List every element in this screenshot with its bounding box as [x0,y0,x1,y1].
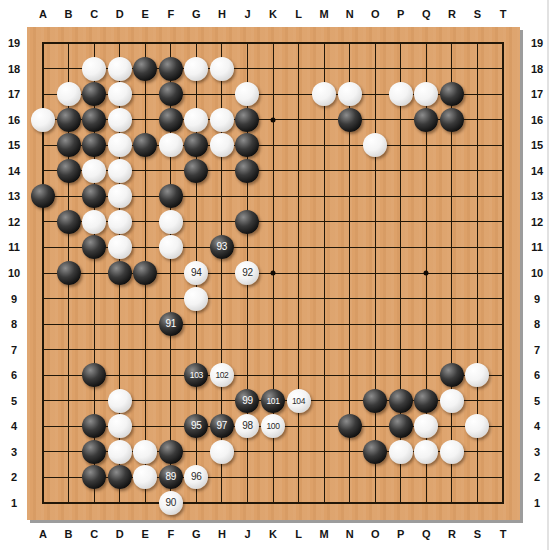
col-label-top-K: K [261,7,285,21]
col-label-bottom-T: T [491,527,515,541]
col-label-bottom-S: S [465,527,489,541]
row-label-left-9: 9 [2,292,26,306]
col-label-bottom-B: B [57,527,81,541]
row-label-left-13: 13 [2,189,26,203]
col-label-top-R: R [440,7,464,21]
col-label-top-G: G [184,7,208,21]
row-label-left-3: 3 [2,445,26,459]
col-label-bottom-A: A [31,527,55,541]
row-label-left-12: 12 [2,215,26,229]
col-label-top-Q: Q [414,7,438,21]
row-label-left-19: 19 [2,36,26,50]
col-label-top-H: H [210,7,234,21]
coordinate-labels: AABBCCDDEEFFGGHHJJKKLLMMNNOOPPQQRRSSTT19… [0,0,550,550]
col-label-top-S: S [465,7,489,21]
col-label-bottom-G: G [184,527,208,541]
col-label-top-E: E [133,7,157,21]
col-label-bottom-K: K [261,527,285,541]
row-label-left-6: 6 [2,368,26,382]
col-label-top-O: O [363,7,387,21]
col-label-bottom-N: N [338,527,362,541]
col-label-bottom-Q: Q [414,527,438,541]
row-label-right-7: 7 [525,343,549,357]
row-label-left-8: 8 [2,317,26,331]
row-label-right-2: 2 [525,470,549,484]
row-label-left-11: 11 [2,240,26,254]
col-label-top-A: A [31,7,55,21]
col-label-top-D: D [108,7,132,21]
col-label-bottom-R: R [440,527,464,541]
col-label-bottom-F: F [159,527,183,541]
row-label-left-15: 15 [2,138,26,152]
row-label-left-10: 10 [2,266,26,280]
row-label-right-15: 15 [525,138,549,152]
row-label-left-16: 16 [2,113,26,127]
col-label-bottom-D: D [108,527,132,541]
row-label-right-18: 18 [525,62,549,76]
col-label-top-B: B [57,7,81,21]
row-label-right-8: 8 [525,317,549,331]
row-label-left-18: 18 [2,62,26,76]
row-label-right-12: 12 [525,215,549,229]
window-edge-divider [547,0,549,550]
row-label-right-10: 10 [525,266,549,280]
row-label-right-4: 4 [525,419,549,433]
col-label-bottom-O: O [363,527,387,541]
row-label-left-14: 14 [2,164,26,178]
go-diagram-page: { "game": "go", "board": { "size": 19, "… [0,0,550,550]
row-label-right-9: 9 [525,292,549,306]
row-label-left-1: 1 [2,496,26,510]
col-label-bottom-L: L [287,527,311,541]
row-label-left-5: 5 [2,394,26,408]
row-label-right-16: 16 [525,113,549,127]
col-label-bottom-E: E [133,527,157,541]
row-label-left-17: 17 [2,87,26,101]
col-label-bottom-H: H [210,527,234,541]
col-label-bottom-M: M [312,527,336,541]
row-label-right-1: 1 [525,496,549,510]
col-label-top-L: L [287,7,311,21]
col-label-top-T: T [491,7,515,21]
col-label-top-C: C [82,7,106,21]
row-label-right-3: 3 [525,445,549,459]
row-label-left-7: 7 [2,343,26,357]
col-label-bottom-P: P [389,527,413,541]
col-label-top-M: M [312,7,336,21]
row-label-right-11: 11 [525,240,549,254]
col-label-top-P: P [389,7,413,21]
row-label-right-6: 6 [525,368,549,382]
col-label-bottom-J: J [235,527,259,541]
row-label-left-4: 4 [2,419,26,433]
col-label-top-J: J [235,7,259,21]
col-label-top-N: N [338,7,362,21]
row-label-right-17: 17 [525,87,549,101]
row-label-right-5: 5 [525,394,549,408]
row-label-right-19: 19 [525,36,549,50]
row-label-right-14: 14 [525,164,549,178]
col-label-top-F: F [159,7,183,21]
row-label-left-2: 2 [2,470,26,484]
row-label-right-13: 13 [525,189,549,203]
col-label-bottom-C: C [82,527,106,541]
